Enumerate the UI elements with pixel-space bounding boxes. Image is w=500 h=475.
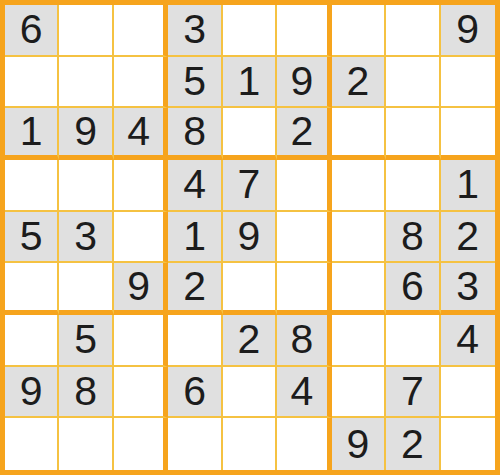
cell-r8c9[interactable] — [441, 367, 495, 419]
cell-r7c3[interactable] — [114, 315, 168, 367]
cell-r9c4[interactable] — [168, 418, 222, 470]
cell-r7c8[interactable] — [386, 315, 440, 367]
cell-r3c9[interactable] — [441, 108, 495, 160]
cell-r6c1[interactable] — [5, 263, 59, 315]
cell-r8c4[interactable]: 6 — [168, 367, 222, 419]
cell-r6c2[interactable] — [59, 263, 113, 315]
cell-r6c4[interactable]: 2 — [168, 263, 222, 315]
cell-r3c1[interactable]: 1 — [5, 108, 59, 160]
cell-r4c1[interactable] — [5, 160, 59, 212]
cell-r8c5[interactable] — [223, 367, 277, 419]
cell-r2c1[interactable] — [5, 57, 59, 109]
cell-r5c7[interactable] — [332, 212, 386, 264]
cell-r5c5[interactable]: 9 — [223, 212, 277, 264]
cell-r7c9[interactable]: 4 — [441, 315, 495, 367]
cell-r6c5[interactable] — [223, 263, 277, 315]
cell-r7c7[interactable] — [332, 315, 386, 367]
cell-r4c8[interactable] — [386, 160, 440, 212]
cell-r1c7[interactable] — [332, 5, 386, 57]
cell-r4c7[interactable] — [332, 160, 386, 212]
cell-r2c4[interactable]: 5 — [168, 57, 222, 109]
cell-r5c2[interactable]: 3 — [59, 212, 113, 264]
cell-r3c6[interactable]: 2 — [277, 108, 331, 160]
cell-r8c7[interactable] — [332, 367, 386, 419]
cell-r1c6[interactable] — [277, 5, 331, 57]
cell-r4c3[interactable] — [114, 160, 168, 212]
cell-r4c6[interactable] — [277, 160, 331, 212]
cell-r5c9[interactable]: 2 — [441, 212, 495, 264]
cell-r6c3[interactable]: 9 — [114, 263, 168, 315]
cell-r4c9[interactable]: 1 — [441, 160, 495, 212]
cell-r4c5[interactable]: 7 — [223, 160, 277, 212]
cell-r3c5[interactable] — [223, 108, 277, 160]
cell-r2c2[interactable] — [59, 57, 113, 109]
sudoku-board: 639519219482471531982926352849864792 — [0, 0, 500, 475]
cell-r4c4[interactable]: 4 — [168, 160, 222, 212]
cell-r1c2[interactable] — [59, 5, 113, 57]
cell-r8c6[interactable]: 4 — [277, 367, 331, 419]
cell-r8c8[interactable]: 7 — [386, 367, 440, 419]
cell-r1c4[interactable]: 3 — [168, 5, 222, 57]
cell-r9c3[interactable] — [114, 418, 168, 470]
cell-r8c2[interactable]: 8 — [59, 367, 113, 419]
cell-r5c8[interactable]: 8 — [386, 212, 440, 264]
cell-r7c4[interactable] — [168, 315, 222, 367]
cell-r6c6[interactable] — [277, 263, 331, 315]
cell-r7c6[interactable]: 8 — [277, 315, 331, 367]
cell-r3c2[interactable]: 9 — [59, 108, 113, 160]
cell-r5c6[interactable] — [277, 212, 331, 264]
cell-r2c7[interactable]: 2 — [332, 57, 386, 109]
cell-r9c1[interactable] — [5, 418, 59, 470]
cell-r7c5[interactable]: 2 — [223, 315, 277, 367]
cell-r8c3[interactable] — [114, 367, 168, 419]
cell-r5c4[interactable]: 1 — [168, 212, 222, 264]
cell-r9c9[interactable] — [441, 418, 495, 470]
cell-r2c8[interactable] — [386, 57, 440, 109]
cell-r7c2[interactable]: 5 — [59, 315, 113, 367]
cell-r3c7[interactable] — [332, 108, 386, 160]
cell-r3c3[interactable]: 4 — [114, 108, 168, 160]
cell-r5c3[interactable] — [114, 212, 168, 264]
cell-r1c3[interactable] — [114, 5, 168, 57]
cell-r9c7[interactable]: 9 — [332, 418, 386, 470]
cell-r1c1[interactable]: 6 — [5, 5, 59, 57]
cell-r1c9[interactable]: 9 — [441, 5, 495, 57]
cell-r9c8[interactable]: 2 — [386, 418, 440, 470]
cell-r4c2[interactable] — [59, 160, 113, 212]
cell-r3c8[interactable] — [386, 108, 440, 160]
cell-r2c9[interactable] — [441, 57, 495, 109]
cell-r6c8[interactable]: 6 — [386, 263, 440, 315]
cell-r2c5[interactable]: 1 — [223, 57, 277, 109]
cell-r1c8[interactable] — [386, 5, 440, 57]
cell-r2c3[interactable] — [114, 57, 168, 109]
cell-r9c6[interactable] — [277, 418, 331, 470]
cell-r9c2[interactable] — [59, 418, 113, 470]
cell-r9c5[interactable] — [223, 418, 277, 470]
cell-r6c9[interactable]: 3 — [441, 263, 495, 315]
cell-r8c1[interactable]: 9 — [5, 367, 59, 419]
cell-r5c1[interactable]: 5 — [5, 212, 59, 264]
cell-r3c4[interactable]: 8 — [168, 108, 222, 160]
cell-r6c7[interactable] — [332, 263, 386, 315]
cell-r2c6[interactable]: 9 — [277, 57, 331, 109]
cell-r1c5[interactable] — [223, 5, 277, 57]
cell-r7c1[interactable] — [5, 315, 59, 367]
